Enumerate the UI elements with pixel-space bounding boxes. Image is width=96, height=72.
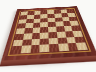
- square-d1[interactable]: [40, 45, 50, 53]
- board-squares-grid: [11, 9, 88, 54]
- square-h1[interactable]: [76, 43, 88, 51]
- chess-board[interactable]: [1, 6, 96, 60]
- photo-scene: [0, 0, 96, 72]
- square-c1[interactable]: [30, 45, 40, 53]
